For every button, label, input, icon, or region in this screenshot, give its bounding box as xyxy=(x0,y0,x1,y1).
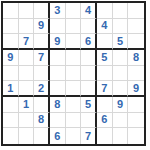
sudoku-cell-r5c5[interactable] xyxy=(66,66,82,82)
sudoku-cell-r1c6[interactable]: 4 xyxy=(81,3,97,19)
given-digit: 6 xyxy=(101,114,107,125)
given-digit: 1 xyxy=(7,83,13,94)
sudoku-cell-r9c5[interactable] xyxy=(66,128,82,144)
sudoku-board: 349479659758127918598667 xyxy=(1,1,146,146)
sudoku-cell-r9c7[interactable] xyxy=(97,128,113,144)
sudoku-cell-r6c8[interactable] xyxy=(113,81,129,97)
given-digit: 8 xyxy=(54,99,60,110)
sudoku-cell-r1c5[interactable] xyxy=(66,3,82,19)
sudoku-cell-r9c2[interactable] xyxy=(19,128,35,144)
given-digit: 3 xyxy=(54,5,60,16)
sudoku-cell-r2c3[interactable]: 9 xyxy=(34,19,50,35)
sudoku-cell-r9c3[interactable] xyxy=(34,128,50,144)
sudoku-cell-r4c9[interactable]: 8 xyxy=(128,50,144,66)
sudoku-cell-r9c6[interactable]: 7 xyxy=(81,128,97,144)
sudoku-cell-r2c2[interactable] xyxy=(19,19,35,35)
sudoku-cell-r6c1[interactable]: 1 xyxy=(3,81,19,97)
sudoku-cell-r9c8[interactable] xyxy=(113,128,129,144)
given-digit: 7 xyxy=(101,83,107,94)
sudoku-cell-r1c1[interactable] xyxy=(3,3,19,19)
given-digit: 5 xyxy=(85,99,91,110)
sudoku-cell-r4c8[interactable] xyxy=(113,50,129,66)
given-digit: 7 xyxy=(23,36,29,47)
sudoku-cell-r1c7[interactable] xyxy=(97,3,113,19)
sudoku-cell-r8c4[interactable] xyxy=(50,113,66,129)
sudoku-cell-r1c2[interactable] xyxy=(19,3,35,19)
given-digit: 9 xyxy=(7,52,13,63)
sudoku-cell-r6c9[interactable]: 9 xyxy=(128,81,144,97)
sudoku-cell-r7c8[interactable]: 9 xyxy=(113,97,129,113)
given-digit: 5 xyxy=(101,52,107,63)
sudoku-cell-r8c7[interactable]: 6 xyxy=(97,113,113,129)
given-digit: 7 xyxy=(85,131,91,142)
sudoku-cell-r3c2[interactable]: 7 xyxy=(19,34,35,50)
sudoku-cell-r9c1[interactable] xyxy=(3,128,19,144)
sudoku-cell-r1c3[interactable] xyxy=(34,3,50,19)
sudoku-cell-r3c4[interactable]: 9 xyxy=(50,34,66,50)
sudoku-cell-r7c4[interactable]: 8 xyxy=(50,97,66,113)
sudoku-cell-r5c7[interactable] xyxy=(97,66,113,82)
sudoku-cell-r3c1[interactable] xyxy=(3,34,19,50)
sudoku-cell-r5c8[interactable] xyxy=(113,66,129,82)
given-digit: 7 xyxy=(38,52,44,63)
sudoku-cell-r3c5[interactable] xyxy=(66,34,82,50)
given-digit: 9 xyxy=(38,20,44,31)
sudoku-cell-r5c4[interactable] xyxy=(50,66,66,82)
sudoku-cell-r7c3[interactable] xyxy=(34,97,50,113)
given-digit: 6 xyxy=(54,131,60,142)
sudoku-cell-r1c4[interactable]: 3 xyxy=(50,3,66,19)
sudoku-cell-r4c3[interactable]: 7 xyxy=(34,50,50,66)
sudoku-cell-r8c3[interactable]: 8 xyxy=(34,113,50,129)
sudoku-cell-r1c9[interactable] xyxy=(128,3,144,19)
sudoku-cell-r2c7[interactable]: 4 xyxy=(97,19,113,35)
sudoku-cell-r7c7[interactable] xyxy=(97,97,113,113)
sudoku-cell-r4c1[interactable]: 9 xyxy=(3,50,19,66)
sudoku-cell-r8c6[interactable] xyxy=(81,113,97,129)
given-digit: 8 xyxy=(38,114,44,125)
sudoku-cell-r4c7[interactable]: 5 xyxy=(97,50,113,66)
sudoku-cell-r5c1[interactable] xyxy=(3,66,19,82)
given-digit: 5 xyxy=(117,36,123,47)
sudoku-cell-r2c8[interactable] xyxy=(113,19,129,35)
sudoku-cell-r9c9[interactable] xyxy=(128,128,144,144)
sudoku-cell-r6c3[interactable]: 2 xyxy=(34,81,50,97)
sudoku-cell-r5c2[interactable] xyxy=(19,66,35,82)
given-digit: 6 xyxy=(85,36,91,47)
sudoku-cell-r1c8[interactable] xyxy=(113,3,129,19)
sudoku-cell-r5c9[interactable] xyxy=(128,66,144,82)
sudoku-cell-r2c6[interactable] xyxy=(81,19,97,35)
sudoku-cell-r3c6[interactable]: 6 xyxy=(81,34,97,50)
sudoku-cell-r4c2[interactable] xyxy=(19,50,35,66)
sudoku-cell-r8c2[interactable] xyxy=(19,113,35,129)
given-digit: 2 xyxy=(38,83,44,94)
given-digit: 9 xyxy=(54,36,60,47)
sudoku-cell-r7c6[interactable]: 5 xyxy=(81,97,97,113)
sudoku-cell-r2c9[interactable] xyxy=(128,19,144,35)
sudoku-cell-r8c5[interactable] xyxy=(66,113,82,129)
sudoku-cell-r8c1[interactable] xyxy=(3,113,19,129)
sudoku-cell-r4c4[interactable] xyxy=(50,50,66,66)
sudoku-cell-r7c1[interactable] xyxy=(3,97,19,113)
sudoku-cell-r6c4[interactable] xyxy=(50,81,66,97)
sudoku-cell-r3c8[interactable]: 5 xyxy=(113,34,129,50)
sudoku-cell-r2c5[interactable] xyxy=(66,19,82,35)
sudoku-cell-r6c5[interactable] xyxy=(66,81,82,97)
sudoku-cell-r8c8[interactable] xyxy=(113,113,129,129)
given-digit: 8 xyxy=(133,52,139,63)
sudoku-cell-r3c7[interactable] xyxy=(97,34,113,50)
given-digit: 4 xyxy=(85,5,91,16)
sudoku-cell-r7c5[interactable] xyxy=(66,97,82,113)
sudoku-cell-r3c9[interactable] xyxy=(128,34,144,50)
sudoku-cell-r6c7[interactable]: 7 xyxy=(97,81,113,97)
given-digit: 9 xyxy=(117,99,123,110)
sudoku-cell-r4c6[interactable] xyxy=(81,50,97,66)
given-digit: 1 xyxy=(23,99,29,110)
sudoku-cell-r6c6[interactable] xyxy=(81,81,97,97)
given-digit: 9 xyxy=(133,83,139,94)
sudoku-cell-r6c2[interactable] xyxy=(19,81,35,97)
sudoku-cell-r9c4[interactable]: 6 xyxy=(50,128,66,144)
sudoku-cell-r7c9[interactable] xyxy=(128,97,144,113)
sudoku-cell-r5c3[interactable] xyxy=(34,66,50,82)
sudoku-cell-r5c6[interactable] xyxy=(81,66,97,82)
sudoku-cell-r2c1[interactable] xyxy=(3,19,19,35)
sudoku-cell-r7c2[interactable]: 1 xyxy=(19,97,35,113)
sudoku-cell-r4c5[interactable] xyxy=(66,50,82,66)
sudoku-cell-r3c3[interactable] xyxy=(34,34,50,50)
sudoku-cell-r2c4[interactable] xyxy=(50,19,66,35)
given-digit: 4 xyxy=(101,20,107,31)
sudoku-cell-r8c9[interactable] xyxy=(128,113,144,129)
